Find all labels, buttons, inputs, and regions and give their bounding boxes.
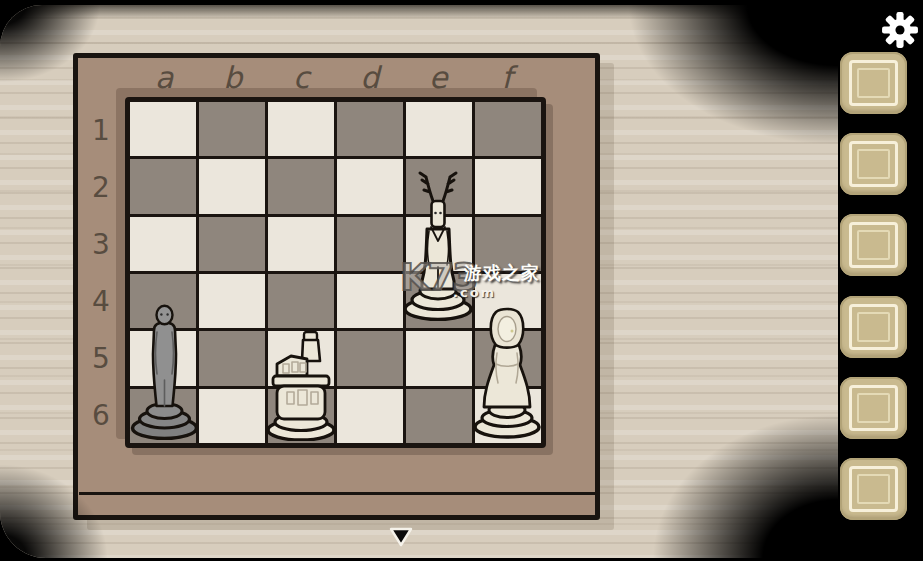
- navigate-down-button[interactable]: [388, 527, 414, 547]
- square-d6[interactable]: [337, 389, 403, 443]
- rank-label-1: 1: [92, 114, 110, 147]
- inventory-slot-3[interactable]: [840, 214, 907, 276]
- square-b3[interactable]: [199, 217, 265, 271]
- inventory-slot-inner-line: [857, 393, 890, 423]
- square-c4[interactable]: [268, 274, 334, 328]
- rank-label-6: 6: [92, 398, 110, 431]
- file-label-a: a: [155, 60, 173, 95]
- file-label-d: d: [360, 60, 379, 95]
- square-f3[interactable]: [475, 217, 541, 271]
- corner-vignette: [598, 5, 838, 165]
- corner-vignette: [638, 403, 838, 558]
- inventory-slot-inner-border: [849, 222, 898, 268]
- square-b4[interactable]: [199, 274, 265, 328]
- inventory-slot-inner-line: [857, 68, 890, 98]
- inventory-slot-inner-line: [857, 474, 890, 504]
- game-screenshot: { "game": "Rusty Lake style 6x6 chess pu…: [0, 0, 923, 561]
- piece-deer-e4[interactable]: [399, 171, 477, 321]
- frame-shelf-line: [79, 492, 595, 495]
- inventory-slot-inner-line: [857, 312, 890, 342]
- file-label-b: b: [223, 60, 242, 95]
- square-e1[interactable]: [406, 102, 472, 156]
- square-b2[interactable]: [199, 159, 265, 213]
- down-triangle-icon: [388, 527, 414, 547]
- square-a3[interactable]: [130, 217, 196, 271]
- square-d3[interactable]: [337, 217, 403, 271]
- inventory-slot-6[interactable]: [840, 458, 907, 520]
- file-label-c: c: [293, 60, 310, 95]
- inventory-slot-2[interactable]: [840, 133, 907, 195]
- square-a2[interactable]: [130, 159, 196, 213]
- square-a1[interactable]: [130, 102, 196, 156]
- rank-label-4: 4: [92, 284, 110, 317]
- square-d4[interactable]: [337, 274, 403, 328]
- square-e5[interactable]: [406, 331, 472, 385]
- piece-woman-f6[interactable]: [470, 307, 544, 439]
- inventory-slot-inner-border: [849, 60, 898, 106]
- inventory-slot-5[interactable]: [840, 377, 907, 439]
- inventory-slot-inner-border: [849, 385, 898, 431]
- piece-hotel-c6[interactable]: [262, 331, 340, 441]
- gear-icon: [881, 11, 919, 49]
- square-e6[interactable]: [406, 389, 472, 443]
- file-label-f: f: [501, 60, 512, 95]
- square-d2[interactable]: [337, 159, 403, 213]
- square-b1[interactable]: [199, 102, 265, 156]
- settings-button[interactable]: [881, 11, 919, 49]
- square-f2[interactable]: [475, 159, 541, 213]
- square-c3[interactable]: [268, 217, 334, 271]
- inventory-slot-inner-border: [849, 304, 898, 350]
- square-c1[interactable]: [268, 102, 334, 156]
- square-b6[interactable]: [199, 389, 265, 443]
- inventory-slot-inner-line: [857, 230, 890, 260]
- inventory-slot-inner-border: [849, 466, 898, 512]
- inventory-slot-inner-border: [849, 141, 898, 187]
- square-b5[interactable]: [199, 331, 265, 385]
- file-label-e: e: [429, 60, 447, 95]
- inventory-slot-4[interactable]: [840, 296, 907, 358]
- game-scene: abcdef123456: [0, 5, 838, 558]
- square-d5[interactable]: [337, 331, 403, 385]
- inventory-slot-1[interactable]: [840, 52, 907, 114]
- square-d1[interactable]: [337, 102, 403, 156]
- square-c2[interactable]: [268, 159, 334, 213]
- inventory-slot-inner-line: [857, 149, 890, 179]
- rank-label-5: 5: [92, 341, 110, 374]
- inventory-sidebar: [838, 0, 923, 561]
- rank-label-3: 3: [92, 228, 110, 261]
- square-f1[interactable]: [475, 102, 541, 156]
- rank-label-2: 2: [92, 171, 110, 204]
- piece-man-a6[interactable]: [127, 304, 202, 440]
